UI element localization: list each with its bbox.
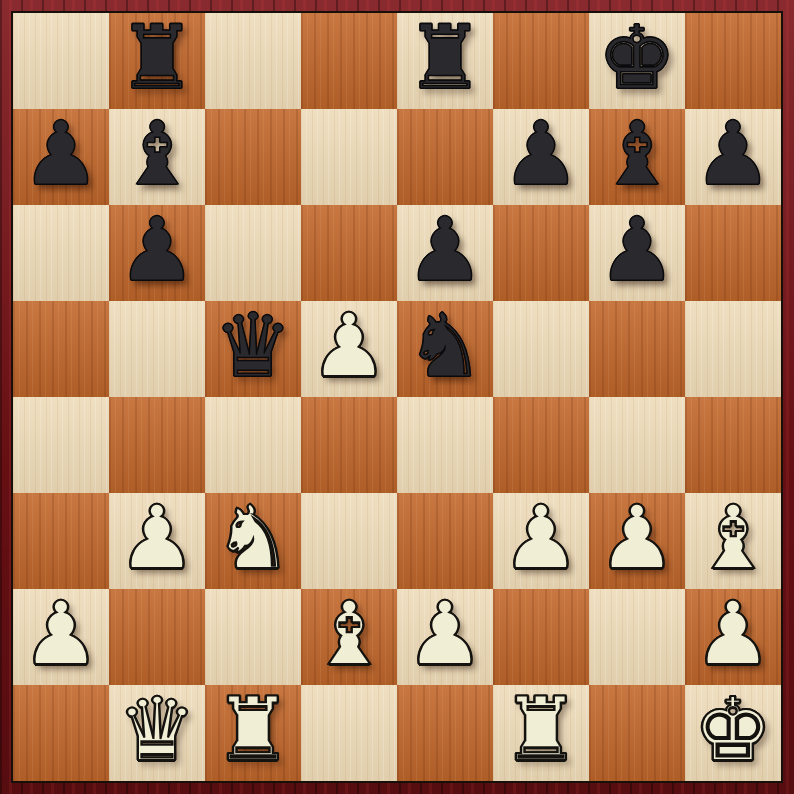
white-pawn-icon: ♟ [118,494,197,582]
square-h3[interactable]: ♝ [685,493,781,589]
square-f8[interactable] [493,13,589,109]
white-king-icon: ♚ [694,686,773,774]
square-b8[interactable]: ♜ [109,13,205,109]
black-king-icon: ♚ [598,14,677,102]
square-c4[interactable] [205,397,301,493]
square-h1[interactable]: ♚ [685,685,781,781]
square-d7[interactable] [301,109,397,205]
square-g2[interactable] [589,589,685,685]
square-e1[interactable] [397,685,493,781]
square-b1[interactable]: ♛ [109,685,205,781]
square-h7[interactable]: ♟ [685,109,781,205]
square-f6[interactable] [493,205,589,301]
black-pawn-icon: ♟ [406,206,485,294]
white-pawn-icon: ♟ [310,302,389,390]
square-h4[interactable] [685,397,781,493]
square-d8[interactable] [301,13,397,109]
black-pawn-icon: ♟ [118,206,197,294]
square-g6[interactable]: ♟ [589,205,685,301]
black-pawn-icon: ♟ [22,110,101,198]
white-knight-icon: ♞ [214,494,293,582]
square-h2[interactable]: ♟ [685,589,781,685]
square-a2[interactable]: ♟ [13,589,109,685]
square-a1[interactable] [13,685,109,781]
square-d4[interactable] [301,397,397,493]
square-c3[interactable]: ♞ [205,493,301,589]
square-g1[interactable] [589,685,685,781]
square-h8[interactable] [685,13,781,109]
square-d5[interactable]: ♟ [301,301,397,397]
square-a6[interactable] [13,205,109,301]
square-h5[interactable] [685,301,781,397]
square-d2[interactable]: ♝ [301,589,397,685]
square-c8[interactable] [205,13,301,109]
square-f7[interactable]: ♟ [493,109,589,205]
square-a3[interactable] [13,493,109,589]
white-bishop-icon: ♝ [310,590,389,678]
white-queen-icon: ♛ [118,686,197,774]
square-g5[interactable] [589,301,685,397]
white-bishop-icon: ♝ [694,494,773,582]
square-g4[interactable] [589,397,685,493]
square-c7[interactable] [205,109,301,205]
black-pawn-icon: ♟ [502,110,581,198]
square-f4[interactable] [493,397,589,493]
square-g3[interactable]: ♟ [589,493,685,589]
square-d6[interactable] [301,205,397,301]
board-border: ♜♜♚♟♝♟♝♟♟♟♟♛♟♞♟♞♟♟♝♟♝♟♟♛♜♜♚ [11,11,783,783]
square-c6[interactable] [205,205,301,301]
square-f3[interactable]: ♟ [493,493,589,589]
black-pawn-icon: ♟ [694,110,773,198]
square-g7[interactable]: ♝ [589,109,685,205]
square-f2[interactable] [493,589,589,685]
square-f1[interactable]: ♜ [493,685,589,781]
white-rook-icon: ♜ [214,686,293,774]
square-b3[interactable]: ♟ [109,493,205,589]
board-frame: ♜♜♚♟♝♟♝♟♟♟♟♛♟♞♟♞♟♟♝♟♝♟♟♛♜♜♚ [0,0,794,794]
square-e3[interactable] [397,493,493,589]
square-e2[interactable]: ♟ [397,589,493,685]
black-rook-icon: ♜ [118,14,197,102]
square-e7[interactable] [397,109,493,205]
black-queen-icon: ♛ [214,302,293,390]
white-pawn-icon: ♟ [406,590,485,678]
black-bishop-icon: ♝ [598,110,677,198]
square-c1[interactable]: ♜ [205,685,301,781]
square-e4[interactable] [397,397,493,493]
square-e8[interactable]: ♜ [397,13,493,109]
square-d3[interactable] [301,493,397,589]
square-g8[interactable]: ♚ [589,13,685,109]
square-d1[interactable] [301,685,397,781]
square-b6[interactable]: ♟ [109,205,205,301]
square-e6[interactable]: ♟ [397,205,493,301]
square-a4[interactable] [13,397,109,493]
square-b5[interactable] [109,301,205,397]
black-pawn-icon: ♟ [598,206,677,294]
square-b2[interactable] [109,589,205,685]
white-rook-icon: ♜ [502,686,581,774]
square-b4[interactable] [109,397,205,493]
square-a7[interactable]: ♟ [13,109,109,205]
black-knight-icon: ♞ [406,302,485,390]
square-a8[interactable] [13,13,109,109]
square-a5[interactable] [13,301,109,397]
white-pawn-icon: ♟ [598,494,677,582]
square-h6[interactable] [685,205,781,301]
square-f5[interactable] [493,301,589,397]
square-b7[interactable]: ♝ [109,109,205,205]
chess-board: ♜♜♚♟♝♟♝♟♟♟♟♛♟♞♟♞♟♟♝♟♝♟♟♛♜♜♚ [13,13,781,781]
square-e5[interactable]: ♞ [397,301,493,397]
black-bishop-icon: ♝ [118,110,197,198]
white-pawn-icon: ♟ [22,590,101,678]
white-pawn-icon: ♟ [502,494,581,582]
black-rook-icon: ♜ [406,14,485,102]
square-c5[interactable]: ♛ [205,301,301,397]
square-c2[interactable] [205,589,301,685]
white-pawn-icon: ♟ [694,590,773,678]
